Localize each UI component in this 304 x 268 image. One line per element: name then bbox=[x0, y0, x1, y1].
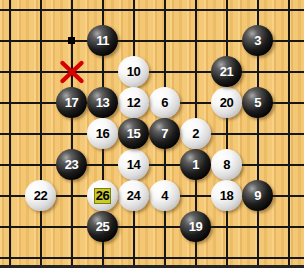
stone-white-10[interactable]: 10 bbox=[118, 56, 149, 87]
stone-number: 18 bbox=[220, 189, 233, 203]
stone-white-12[interactable]: 12 bbox=[118, 87, 149, 118]
stone-number: 8 bbox=[223, 158, 230, 172]
stone-number: 25 bbox=[96, 220, 109, 234]
stone-number: 10 bbox=[127, 65, 140, 79]
stone-black-1[interactable]: 1 bbox=[180, 149, 211, 180]
stone-black-25[interactable]: 25 bbox=[87, 211, 118, 242]
stone-number: 7 bbox=[161, 127, 168, 141]
stone-white-26[interactable]: 26 bbox=[87, 180, 118, 211]
stone-black-13[interactable]: 13 bbox=[87, 87, 118, 118]
stone-white-6[interactable]: 6 bbox=[149, 87, 180, 118]
stone-number: 1 bbox=[192, 158, 199, 172]
stone-number: 21 bbox=[220, 65, 233, 79]
stone-black-11[interactable]: 11 bbox=[87, 25, 118, 56]
go-board[interactable]: 1234567891011121314151617181920212223242… bbox=[0, 0, 304, 268]
grid-line-horizontal bbox=[0, 164, 304, 166]
stone-number: 6 bbox=[161, 96, 168, 110]
stone-number: 12 bbox=[127, 96, 140, 110]
stone-number: 22 bbox=[34, 189, 47, 203]
stone-black-9[interactable]: 9 bbox=[242, 180, 273, 211]
stone-white-2[interactable]: 2 bbox=[180, 118, 211, 149]
grid-line-horizontal bbox=[0, 71, 304, 73]
stone-black-23[interactable]: 23 bbox=[56, 149, 87, 180]
stone-white-18[interactable]: 18 bbox=[211, 180, 242, 211]
stone-black-21[interactable]: 21 bbox=[211, 56, 242, 87]
grid-line-horizontal bbox=[0, 257, 304, 259]
stone-number: 13 bbox=[96, 96, 109, 110]
stone-black-5[interactable]: 5 bbox=[242, 87, 273, 118]
red-x-marker-icon bbox=[59, 59, 85, 85]
stone-number: 19 bbox=[189, 220, 202, 234]
stone-number: 9 bbox=[254, 189, 261, 203]
stone-number: 20 bbox=[220, 96, 233, 110]
stone-number: 2 bbox=[192, 127, 199, 141]
stone-white-4[interactable]: 4 bbox=[149, 180, 180, 211]
stone-number: 24 bbox=[127, 189, 140, 203]
stone-black-19[interactable]: 19 bbox=[180, 211, 211, 242]
stone-number: 23 bbox=[65, 158, 78, 172]
stone-white-22[interactable]: 22 bbox=[25, 180, 56, 211]
stone-number: 11 bbox=[96, 34, 109, 48]
stone-black-15[interactable]: 15 bbox=[118, 118, 149, 149]
stone-white-14[interactable]: 14 bbox=[118, 149, 149, 180]
stone-white-20[interactable]: 20 bbox=[211, 87, 242, 118]
stone-number: 16 bbox=[96, 127, 109, 141]
star-point-dot bbox=[68, 37, 75, 44]
grid-line-horizontal bbox=[0, 226, 304, 228]
stone-white-16[interactable]: 16 bbox=[87, 118, 118, 149]
stone-black-3[interactable]: 3 bbox=[242, 25, 273, 56]
stone-number: 15 bbox=[127, 127, 140, 141]
stone-number-last-move: 26 bbox=[94, 188, 111, 204]
stone-number: 5 bbox=[254, 96, 261, 110]
stone-white-24[interactable]: 24 bbox=[118, 180, 149, 211]
stone-number: 17 bbox=[65, 96, 78, 110]
stone-number: 14 bbox=[127, 158, 140, 172]
stone-black-17[interactable]: 17 bbox=[56, 87, 87, 118]
stone-number: 3 bbox=[254, 34, 261, 48]
grid-line-horizontal bbox=[0, 9, 304, 11]
stone-white-8[interactable]: 8 bbox=[211, 149, 242, 180]
stone-number: 4 bbox=[161, 189, 168, 203]
stone-black-7[interactable]: 7 bbox=[149, 118, 180, 149]
